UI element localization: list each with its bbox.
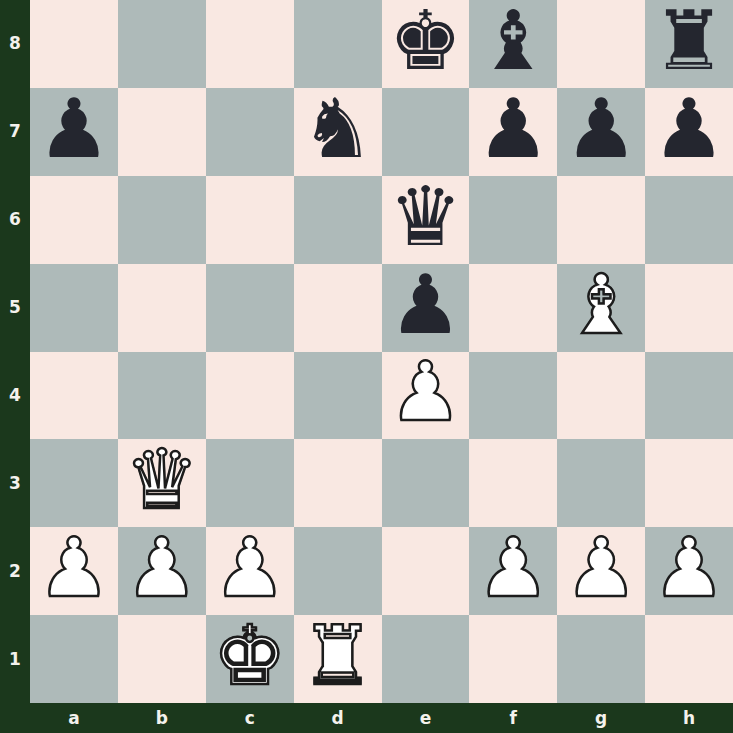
- square-c4[interactable]: [206, 352, 294, 440]
- square-e7[interactable]: [382, 88, 470, 176]
- square-c7[interactable]: [206, 88, 294, 176]
- square-a6[interactable]: [30, 176, 118, 264]
- square-f2[interactable]: ♟: [469, 527, 557, 615]
- rank-label-2: 2: [0, 527, 30, 615]
- square-e8[interactable]: ♚: [382, 0, 470, 88]
- piece-black-king-e8[interactable]: ♚: [389, 0, 463, 82]
- square-c3[interactable]: [206, 439, 294, 527]
- rank-label-8: 8: [0, 0, 30, 88]
- file-labels: abcdefgh: [30, 703, 733, 733]
- square-f8[interactable]: ♝: [469, 0, 557, 88]
- piece-white-pawn-a2[interactable]: ♟: [37, 527, 111, 609]
- square-b6[interactable]: [118, 176, 206, 264]
- square-h2[interactable]: ♟: [645, 527, 733, 615]
- square-d2[interactable]: [294, 527, 382, 615]
- square-g5[interactable]: ♝: [557, 264, 645, 352]
- square-g7[interactable]: ♟: [557, 88, 645, 176]
- square-f7[interactable]: ♟: [469, 88, 557, 176]
- piece-white-queen-b3[interactable]: ♛: [125, 439, 199, 521]
- piece-white-pawn-f2[interactable]: ♟: [477, 527, 551, 609]
- square-c8[interactable]: [206, 0, 294, 88]
- piece-black-pawn-f7[interactable]: ♟: [477, 88, 551, 170]
- square-h6[interactable]: [645, 176, 733, 264]
- square-f6[interactable]: [469, 176, 557, 264]
- square-c5[interactable]: [206, 264, 294, 352]
- piece-white-pawn-h2[interactable]: ♟: [652, 527, 726, 609]
- file-label-h: h: [645, 703, 733, 733]
- square-b3[interactable]: ♛: [118, 439, 206, 527]
- square-a4[interactable]: [30, 352, 118, 440]
- piece-black-pawn-e5[interactable]: ♟: [389, 264, 463, 346]
- rank-label-5: 5: [0, 264, 30, 352]
- square-a3[interactable]: [30, 439, 118, 527]
- piece-black-pawn-g7[interactable]: ♟: [564, 88, 638, 170]
- square-e5[interactable]: ♟: [382, 264, 470, 352]
- square-d6[interactable]: [294, 176, 382, 264]
- square-d7[interactable]: ♞: [294, 88, 382, 176]
- square-d1[interactable]: ♜: [294, 615, 382, 703]
- square-g6[interactable]: [557, 176, 645, 264]
- piece-black-pawn-a7[interactable]: ♟: [37, 88, 111, 170]
- square-g4[interactable]: [557, 352, 645, 440]
- piece-white-rook-d1[interactable]: ♜: [301, 615, 375, 697]
- square-e1[interactable]: [382, 615, 470, 703]
- board-corner: [0, 703, 30, 733]
- square-g2[interactable]: ♟: [557, 527, 645, 615]
- piece-white-pawn-g2[interactable]: ♟: [564, 527, 638, 609]
- square-d4[interactable]: [294, 352, 382, 440]
- rank-label-7: 7: [0, 88, 30, 176]
- piece-white-bishop-g5[interactable]: ♝: [564, 264, 638, 346]
- piece-black-bishop-f8[interactable]: ♝: [477, 0, 551, 82]
- square-e4[interactable]: ♟: [382, 352, 470, 440]
- square-h5[interactable]: [645, 264, 733, 352]
- piece-white-pawn-e4[interactable]: ♟: [389, 351, 463, 433]
- square-h4[interactable]: [645, 352, 733, 440]
- file-label-c: c: [206, 703, 294, 733]
- rank-label-1: 1: [0, 615, 30, 703]
- file-label-f: f: [469, 703, 557, 733]
- square-h3[interactable]: [645, 439, 733, 527]
- square-f5[interactable]: [469, 264, 557, 352]
- rank-labels: 87654321: [0, 0, 30, 703]
- square-d5[interactable]: [294, 264, 382, 352]
- square-b8[interactable]: [118, 0, 206, 88]
- square-d8[interactable]: [294, 0, 382, 88]
- square-c2[interactable]: ♟: [206, 527, 294, 615]
- file-label-b: b: [118, 703, 206, 733]
- square-a7[interactable]: ♟: [30, 88, 118, 176]
- square-b7[interactable]: [118, 88, 206, 176]
- square-f3[interactable]: [469, 439, 557, 527]
- file-label-e: e: [382, 703, 470, 733]
- file-label-a: a: [30, 703, 118, 733]
- file-label-d: d: [294, 703, 382, 733]
- square-h8[interactable]: ♜: [645, 0, 733, 88]
- square-b4[interactable]: [118, 352, 206, 440]
- rank-label-3: 3: [0, 439, 30, 527]
- square-b1[interactable]: [118, 615, 206, 703]
- square-g3[interactable]: [557, 439, 645, 527]
- square-b2[interactable]: ♟: [118, 527, 206, 615]
- square-g8[interactable]: [557, 0, 645, 88]
- square-b5[interactable]: [118, 264, 206, 352]
- square-c1[interactable]: ♚: [206, 615, 294, 703]
- rank-label-4: 4: [0, 352, 30, 440]
- chess-board-frame: 87654321 ♚♝♜♟♞♟♟♟♛♟♝♟♛♟♟♟♟♟♟♚♜ abcdefgh: [0, 0, 733, 733]
- square-f1[interactable]: [469, 615, 557, 703]
- file-label-g: g: [557, 703, 645, 733]
- square-a8[interactable]: [30, 0, 118, 88]
- square-c6[interactable]: [206, 176, 294, 264]
- square-a5[interactable]: [30, 264, 118, 352]
- square-a2[interactable]: ♟: [30, 527, 118, 615]
- piece-white-king-c1[interactable]: ♚: [213, 615, 287, 697]
- square-a1[interactable]: [30, 615, 118, 703]
- piece-white-pawn-c2[interactable]: ♟: [213, 527, 287, 609]
- square-e2[interactable]: [382, 527, 470, 615]
- rank-label-6: 6: [0, 176, 30, 264]
- square-d3[interactable]: [294, 439, 382, 527]
- square-g1[interactable]: [557, 615, 645, 703]
- piece-black-rook-h8[interactable]: ♜: [652, 0, 726, 82]
- piece-black-queen-e6[interactable]: ♛: [389, 176, 463, 258]
- square-h7[interactable]: ♟: [645, 88, 733, 176]
- square-e3[interactable]: [382, 439, 470, 527]
- piece-black-knight-d7[interactable]: ♞: [301, 88, 375, 170]
- square-e6[interactable]: ♛: [382, 176, 470, 264]
- square-h1[interactable]: [645, 615, 733, 703]
- chess-board: ♚♝♜♟♞♟♟♟♛♟♝♟♛♟♟♟♟♟♟♚♜: [30, 0, 733, 703]
- square-f4[interactable]: [469, 352, 557, 440]
- piece-white-pawn-b2[interactable]: ♟: [125, 527, 199, 609]
- piece-black-pawn-h7[interactable]: ♟: [652, 88, 726, 170]
